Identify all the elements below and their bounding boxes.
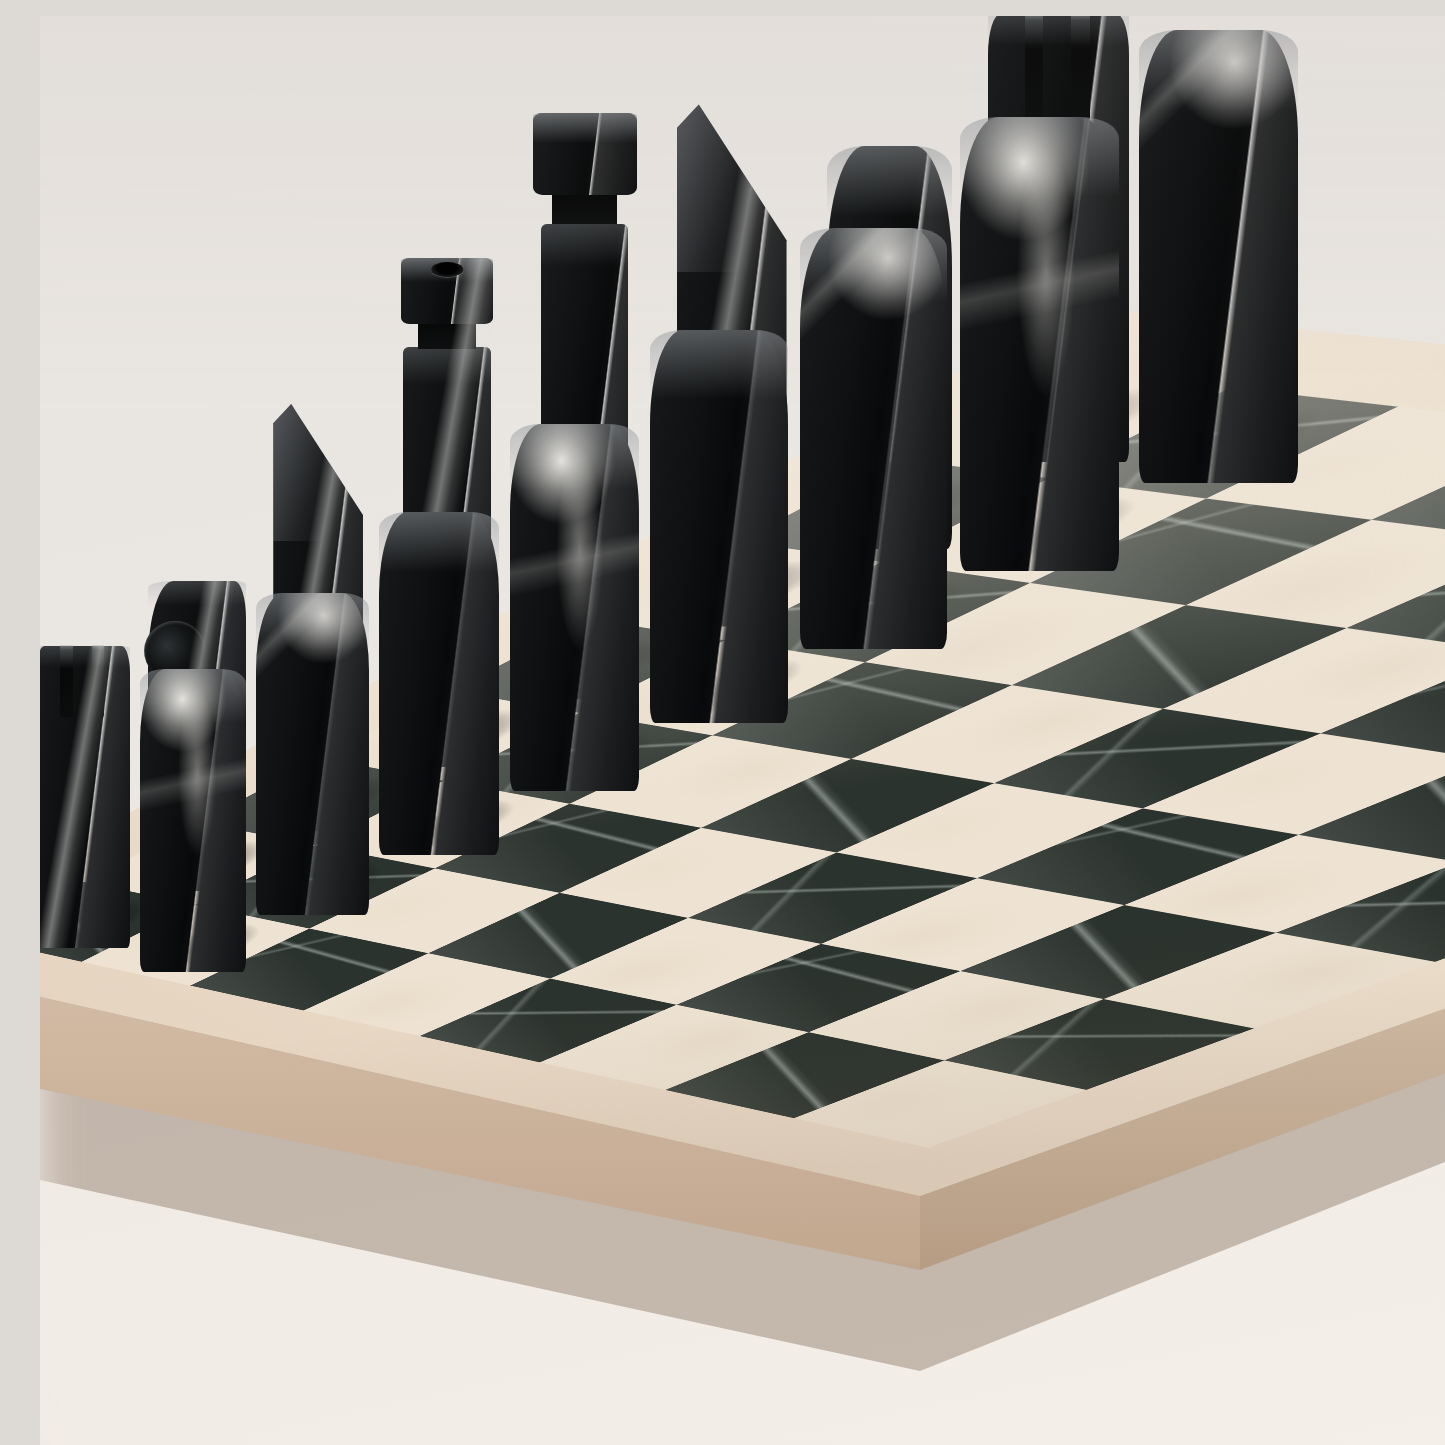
rook-crenellation-slot — [1025, 16, 1043, 120]
knight-back-sheen — [827, 146, 952, 227]
pawn-chamfer-sheen — [650, 330, 788, 409]
column-sheen — [541, 224, 628, 271]
rook-sheen — [988, 16, 1129, 50]
pawn-chamfer-sheen — [256, 593, 369, 657]
knight-sheen — [148, 581, 246, 609]
rook-crenellation-slot — [60, 645, 72, 717]
bishop-wedge-facet — [273, 404, 363, 541]
pawn-chamfer-sheen — [1139, 30, 1298, 121]
pawn-chamfer-sheen — [379, 512, 499, 581]
pawn-chamfer-sheen — [960, 117, 1119, 208]
queen-cube-hole — [431, 262, 462, 277]
queen-neck — [418, 324, 475, 349]
cube-sheen — [533, 113, 637, 147]
rook-sheen — [40, 646, 130, 670]
chess-board — [40, 306, 1445, 1196]
photo-caption: Angled photo of a modernist marble chess… — [40, 16, 41, 17]
bishop-wedge-facet — [677, 104, 787, 271]
king-neck — [552, 195, 617, 224]
pawn-chamfer-sheen — [510, 424, 639, 497]
rook-crenellation-slot — [92, 645, 104, 717]
knight-scoop-notch — [135, 612, 213, 689]
rook-crenellation-slot — [1071, 16, 1089, 120]
chess-set-photo: Angled photo of a modernist marble chess… — [40, 16, 1445, 1445]
pawn-chamfer-sheen — [800, 228, 948, 312]
king-cube-finial — [533, 113, 637, 195]
queen-cube-finial — [401, 258, 494, 324]
cube-sheen — [401, 258, 494, 286]
column-sheen — [403, 347, 490, 389]
pawn-chamfer-sheen — [140, 669, 246, 730]
